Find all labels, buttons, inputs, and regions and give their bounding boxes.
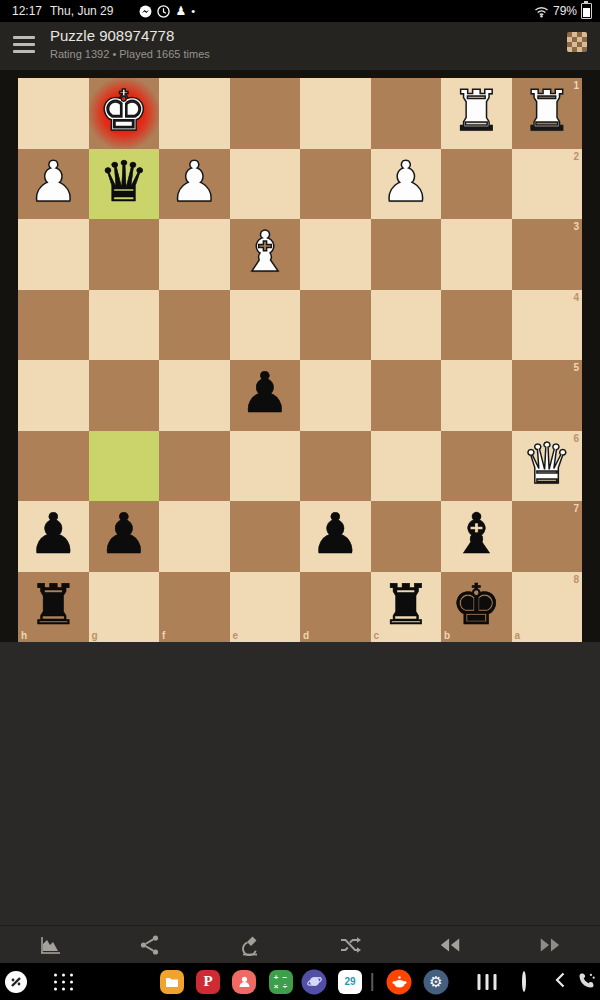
- rank-label-3: 3: [573, 221, 579, 232]
- square-a2[interactable]: 2: [512, 149, 583, 220]
- calendar-app-icon[interactable]: 29: [338, 970, 362, 994]
- square-h4[interactable]: [18, 290, 89, 361]
- square-d3[interactable]: [300, 219, 371, 290]
- bottom-toolbar: [0, 925, 600, 964]
- file-label-h: h: [21, 630, 27, 641]
- square-d4[interactable]: [300, 290, 371, 361]
- black-queen: ♛: [99, 154, 149, 210]
- black-rook: ♜: [28, 577, 78, 633]
- square-e6[interactable]: [230, 431, 301, 502]
- square-e3[interactable]: ♝: [230, 219, 301, 290]
- settings-app-icon[interactable]: ⚙: [424, 969, 449, 994]
- file-label-b: b: [444, 630, 450, 641]
- square-c8[interactable]: ♜c: [371, 572, 442, 643]
- square-g4[interactable]: [89, 290, 160, 361]
- analysis-microscope-icon[interactable]: [238, 933, 262, 957]
- black-king: ♚: [451, 577, 501, 633]
- battery-percent: 79%: [553, 4, 577, 18]
- square-g3[interactable]: [89, 219, 160, 290]
- battery-icon: [581, 3, 592, 19]
- square-h7[interactable]: ♟: [18, 501, 89, 572]
- black-pawn: ♟: [240, 365, 290, 421]
- square-a6[interactable]: ♛6: [512, 431, 583, 502]
- square-f4[interactable]: [159, 290, 230, 361]
- hamburger-menu-icon[interactable]: [13, 36, 35, 53]
- internet-app-icon[interactable]: [302, 969, 327, 994]
- black-pawn: ♟: [310, 506, 360, 562]
- square-g5[interactable]: [89, 360, 160, 431]
- file-label-e: e: [233, 630, 239, 641]
- messenger-icon: [139, 5, 152, 18]
- square-f2[interactable]: ♟: [159, 149, 230, 220]
- rewind-icon[interactable]: [438, 933, 462, 957]
- share-icon[interactable]: [138, 933, 162, 957]
- square-g6[interactable]: [89, 431, 160, 502]
- square-e1[interactable]: [230, 78, 301, 149]
- square-c7[interactable]: [371, 501, 442, 572]
- square-a5[interactable]: 5: [512, 360, 583, 431]
- square-d5[interactable]: [300, 360, 371, 431]
- file-label-d: d: [303, 630, 309, 641]
- reddit-app-icon[interactable]: [387, 969, 412, 994]
- square-h8[interactable]: ♜h: [18, 572, 89, 643]
- rank-label-1: 1: [573, 80, 579, 91]
- square-c3[interactable]: [371, 219, 442, 290]
- square-h3[interactable]: [18, 219, 89, 290]
- quick-tools-icon[interactable]: [5, 971, 27, 993]
- puzzle-title: Puzzle 908974778: [50, 27, 174, 44]
- square-d7[interactable]: ♟: [300, 501, 371, 572]
- file-label-f: f: [162, 630, 165, 641]
- shuffle-icon[interactable]: [338, 933, 362, 957]
- square-c2[interactable]: ♟: [371, 149, 442, 220]
- contacts-app-icon[interactable]: [232, 970, 256, 994]
- rank-label-8: 8: [573, 574, 579, 585]
- black-pawn: ♟: [28, 506, 78, 562]
- app-grid-icon[interactable]: [54, 973, 74, 990]
- square-d1[interactable]: [300, 78, 371, 149]
- square-f3[interactable]: [159, 219, 230, 290]
- square-a1[interactable]: ♜1: [512, 78, 583, 149]
- recents-icon[interactable]: [478, 974, 497, 990]
- square-d6[interactable]: [300, 431, 371, 502]
- calculator-app-icon[interactable]: + −× ÷: [269, 970, 293, 994]
- square-a3[interactable]: 3: [512, 219, 583, 290]
- white-pawn: ♟: [381, 154, 431, 210]
- rank-label-7: 7: [573, 503, 579, 514]
- white-king: ♚: [99, 83, 149, 139]
- square-b4[interactable]: [441, 290, 512, 361]
- white-rook: ♜: [522, 83, 572, 139]
- square-d2[interactable]: [300, 149, 371, 220]
- android-navbar: P + −× ÷ 29: [0, 963, 600, 1000]
- screen: 12:17 Thu, Jun 29 ♟ • 79% Puzzle 9089747…: [0, 0, 600, 1000]
- square-g2[interactable]: ♛: [89, 149, 160, 220]
- square-h1[interactable]: [18, 78, 89, 149]
- square-c6[interactable]: [371, 431, 442, 502]
- square-e4[interactable]: [230, 290, 301, 361]
- square-g8[interactable]: g: [89, 572, 160, 643]
- white-queen: ♛: [522, 436, 572, 492]
- square-e5[interactable]: ♟: [230, 360, 301, 431]
- white-pawn: ♟: [169, 154, 219, 210]
- rank-label-5: 5: [573, 362, 579, 373]
- square-b6[interactable]: [441, 431, 512, 502]
- square-d8[interactable]: d: [300, 572, 371, 643]
- clock-time: 12:17: [12, 4, 42, 18]
- chart-icon[interactable]: [38, 933, 62, 957]
- square-f5[interactable]: [159, 360, 230, 431]
- navbar-divider: [371, 973, 373, 991]
- square-b8[interactable]: ♚b: [441, 572, 512, 643]
- fast-forward-icon[interactable]: [538, 933, 562, 957]
- square-b1[interactable]: ♜: [441, 78, 512, 149]
- square-a4[interactable]: 4: [512, 290, 583, 361]
- board-area: ♚♜♜1♟♛♟♟2♝34♟5♛6♟♟♟♝7♜hgfed♜c♚b8a: [0, 70, 600, 642]
- square-e8[interactable]: e: [230, 572, 301, 643]
- chess-pawn-icon: ♟: [175, 4, 186, 18]
- white-bishop: ♝: [240, 224, 290, 280]
- square-c1[interactable]: [371, 78, 442, 149]
- notification-dot: •: [191, 5, 195, 17]
- mini-chessboard-icon[interactable]: [567, 32, 587, 52]
- app-header: Puzzle 908974778 Rating 1392 • Played 16…: [0, 22, 600, 70]
- black-bishop: ♝: [451, 506, 501, 562]
- square-e2[interactable]: [230, 149, 301, 220]
- rank-label-2: 2: [573, 151, 579, 162]
- file-label-a: a: [515, 630, 521, 641]
- square-b5[interactable]: [441, 360, 512, 431]
- status-bar: 12:17 Thu, Jun 29 ♟ • 79%: [0, 0, 600, 22]
- home-icon[interactable]: [522, 973, 526, 991]
- puzzle-subtitle: Rating 1392 • Played 1665 times: [50, 48, 210, 60]
- square-a8[interactable]: 8a: [512, 572, 583, 643]
- square-f6[interactable]: [159, 431, 230, 502]
- square-h6[interactable]: [18, 431, 89, 502]
- pandora-app-icon[interactable]: P: [196, 970, 220, 994]
- rank-label-6: 6: [573, 433, 579, 444]
- chess-board[interactable]: ♚♜♜1♟♛♟♟2♝34♟5♛6♟♟♟♝7♜hgfed♜c♚b8a: [18, 78, 582, 642]
- control-panel: Success! RETRY CONTINUE TRAINING: [0, 642, 600, 925]
- square-b3[interactable]: [441, 219, 512, 290]
- square-g1[interactable]: ♚: [89, 78, 160, 149]
- rank-label-4: 4: [573, 292, 579, 303]
- clock-date: Thu, Jun 29: [50, 4, 113, 18]
- square-f1[interactable]: [159, 78, 230, 149]
- square-h5[interactable]: [18, 360, 89, 431]
- square-g7[interactable]: ♟: [89, 501, 160, 572]
- square-h2[interactable]: ♟: [18, 149, 89, 220]
- square-f7[interactable]: [159, 501, 230, 572]
- black-pawn: ♟: [99, 506, 149, 562]
- square-c5[interactable]: [371, 360, 442, 431]
- square-a7[interactable]: 7: [512, 501, 583, 572]
- square-c4[interactable]: [371, 290, 442, 361]
- phone-shortcut-icon[interactable]: [579, 971, 596, 992]
- wifi-icon: [534, 5, 549, 18]
- sync-circle-icon: [157, 5, 170, 18]
- square-b7[interactable]: ♝: [441, 501, 512, 572]
- black-rook: ♜: [381, 577, 431, 633]
- file-label-c: c: [374, 630, 380, 641]
- square-e7[interactable]: [230, 501, 301, 572]
- square-f8[interactable]: f: [159, 572, 230, 643]
- square-b2[interactable]: [441, 149, 512, 220]
- file-label-g: g: [92, 630, 98, 641]
- white-pawn: ♟: [28, 154, 78, 210]
- back-icon[interactable]: [555, 972, 565, 992]
- folder-app-icon[interactable]: [160, 970, 184, 994]
- white-rook: ♜: [451, 83, 501, 139]
